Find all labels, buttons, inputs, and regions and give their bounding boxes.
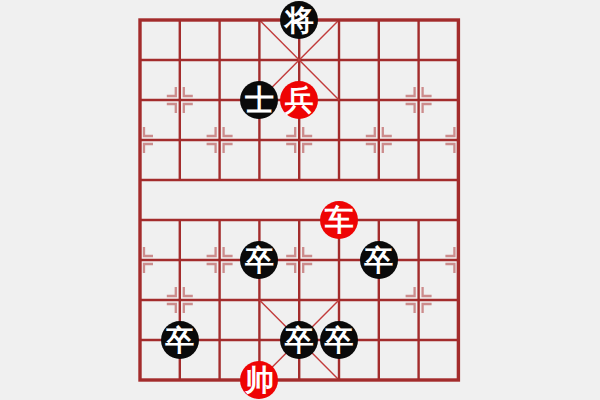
piece-black-soldier[interactable]: 卒 — [161, 321, 199, 359]
piece-red-soldier[interactable]: 兵 — [280, 81, 318, 119]
piece-red-general[interactable]: 帅 — [240, 361, 278, 399]
pieces-layer: 将士兵车卒卒卒卒卒帅 — [120, 0, 478, 400]
piece-red-chariot[interactable]: 车 — [320, 201, 358, 239]
xiangqi-board: 将士兵车卒卒卒卒卒帅 — [0, 0, 600, 400]
piece-black-soldier[interactable]: 卒 — [320, 321, 358, 359]
piece-black-soldier[interactable]: 卒 — [240, 241, 278, 279]
piece-black-soldier[interactable]: 卒 — [360, 241, 398, 279]
piece-black-general[interactable]: 将 — [280, 1, 318, 39]
piece-black-soldier[interactable]: 卒 — [280, 321, 318, 359]
piece-black-advisor[interactable]: 士 — [240, 81, 278, 119]
